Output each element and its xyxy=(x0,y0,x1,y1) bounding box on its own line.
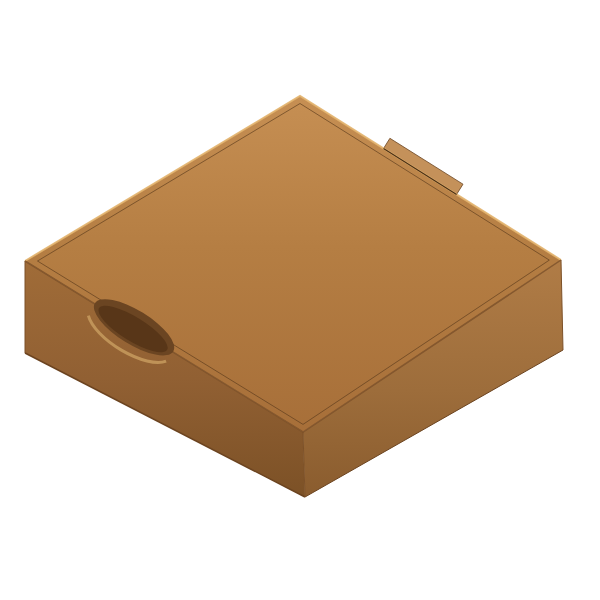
reversi-board-scene xyxy=(0,0,600,600)
product-photo xyxy=(0,0,600,600)
